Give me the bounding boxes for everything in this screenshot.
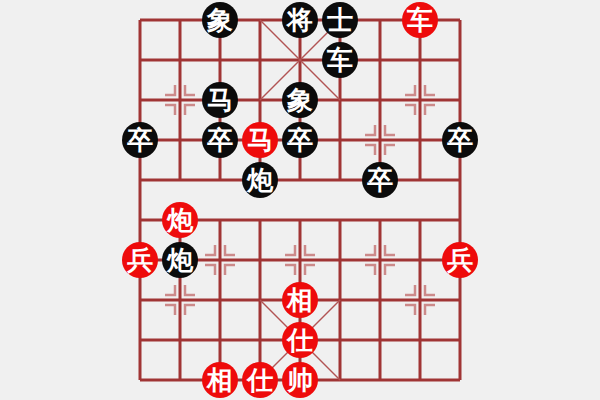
piece-red-soldier[interactable]: 兵 — [122, 242, 158, 278]
piece-black-cannon[interactable]: 炮 — [242, 162, 278, 198]
piece-red-general[interactable]: 帅 — [282, 362, 318, 398]
piece-black-general[interactable]: 将 — [282, 2, 318, 38]
piece-black-soldier[interactable]: 卒 — [282, 122, 318, 158]
xiangqi-board: 象将士车车马象卒卒马卒卒炮卒炮兵炮兵相仕相仕帅 — [0, 0, 600, 400]
piece-black-horse[interactable]: 马 — [202, 82, 238, 118]
piece-black-soldier[interactable]: 卒 — [122, 122, 158, 158]
piece-black-soldier[interactable]: 卒 — [362, 162, 398, 198]
piece-red-horse[interactable]: 马 — [242, 122, 278, 158]
piece-red-soldier[interactable]: 兵 — [442, 242, 478, 278]
piece-black-elephant[interactable]: 象 — [282, 82, 318, 118]
piece-black-soldier[interactable]: 卒 — [202, 122, 238, 158]
piece-black-advisor[interactable]: 士 — [322, 2, 358, 38]
piece-red-elephant[interactable]: 相 — [282, 282, 318, 318]
piece-red-advisor[interactable]: 仕 — [282, 322, 318, 358]
piece-red-elephant[interactable]: 相 — [202, 362, 238, 398]
piece-black-elephant[interactable]: 象 — [202, 2, 238, 38]
piece-black-chariot[interactable]: 车 — [322, 42, 358, 78]
pieces-grid: 象将士车车马象卒卒马卒卒炮卒炮兵炮兵相仕相仕帅 — [120, 0, 480, 400]
piece-red-cannon[interactable]: 炮 — [162, 202, 198, 238]
piece-red-chariot[interactable]: 车 — [402, 2, 438, 38]
piece-red-advisor[interactable]: 仕 — [242, 362, 278, 398]
piece-black-soldier[interactable]: 卒 — [442, 122, 478, 158]
piece-black-cannon[interactable]: 炮 — [162, 242, 198, 278]
